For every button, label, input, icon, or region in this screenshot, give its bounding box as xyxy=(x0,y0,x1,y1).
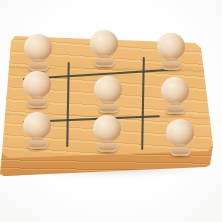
peg-middle-left[interactable] xyxy=(22,71,52,111)
peg-ball xyxy=(93,115,121,142)
cell-middle-right[interactable] xyxy=(148,69,214,109)
peg-shadow xyxy=(159,68,183,73)
peg-shadow xyxy=(163,112,187,117)
peg-top-left[interactable] xyxy=(23,34,53,74)
peg-ball xyxy=(94,76,122,103)
peg-grid xyxy=(16,29,214,141)
peg-top-right[interactable] xyxy=(156,33,186,73)
cell-middle-center[interactable] xyxy=(82,69,148,109)
peg-middle-center[interactable] xyxy=(93,76,123,116)
peg-ball xyxy=(90,30,118,57)
peg-shadow xyxy=(92,65,116,70)
peg-ball xyxy=(23,71,51,98)
peg-top-center[interactable] xyxy=(89,30,119,70)
peg-shadow xyxy=(168,154,192,159)
peg-ball xyxy=(157,33,185,60)
cell-top-right[interactable] xyxy=(148,29,214,69)
peg-ball xyxy=(161,77,189,104)
peg-shadow xyxy=(25,106,49,111)
peg-bottom-left[interactable] xyxy=(22,112,52,152)
peg-ball xyxy=(24,34,52,61)
peg-bottom-right[interactable] xyxy=(165,119,195,159)
peg-shadow xyxy=(25,147,49,152)
cell-middle-left[interactable] xyxy=(16,69,82,109)
peg-ball xyxy=(23,112,51,139)
peg-ball xyxy=(166,119,194,146)
peg-middle-right[interactable] xyxy=(160,77,190,117)
peg-shadow xyxy=(95,150,119,155)
peg-bottom-center[interactable] xyxy=(92,115,122,155)
cell-bottom-center[interactable] xyxy=(82,109,148,149)
cell-top-left[interactable] xyxy=(16,29,82,69)
cell-top-center[interactable] xyxy=(82,29,148,69)
photo-scene xyxy=(0,0,222,222)
cell-bottom-left[interactable] xyxy=(16,109,82,149)
